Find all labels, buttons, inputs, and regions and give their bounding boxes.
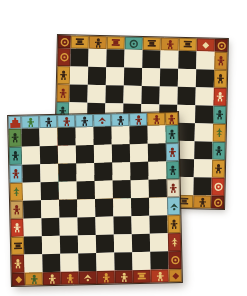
dark-square-r5c5: [95, 199, 113, 217]
dark-square-r1c5: [93, 127, 111, 145]
border-tile-right-4: [213, 106, 226, 124]
light-square-r6c5: [95, 217, 113, 235]
light-square-r7c8: [194, 159, 212, 177]
bird-icon: [97, 116, 107, 125]
dark-square-r6c4: [77, 217, 95, 235]
border-tile-top-1: [21, 115, 39, 128]
border-tile-left-1: [8, 129, 21, 147]
border-tile-left-2: [9, 147, 22, 165]
border-tile-right-3: [166, 161, 179, 179]
person-icon: [10, 133, 19, 143]
light-square-r3c8: [148, 161, 166, 179]
border-tile-right-5: [167, 197, 180, 215]
person-icon: [216, 56, 225, 66]
dark-square-r2c8: [148, 143, 166, 161]
border-tile-top-7: [179, 38, 197, 51]
light-square-r2c3: [58, 145, 76, 163]
light-square-r2c7: [178, 69, 196, 87]
light-square-r5c6: [113, 198, 131, 216]
light-square-r1c6: [160, 50, 178, 68]
border-tile-top-6: [111, 113, 129, 126]
light-square-r3c4: [76, 163, 94, 181]
light-square-r2c7: [130, 144, 148, 162]
person-icon: [119, 272, 128, 282]
light-square-r4c1: [23, 182, 41, 200]
dark-square-r5c3: [59, 199, 77, 217]
person-icon: [168, 165, 177, 175]
dark-square-r1c7: [178, 51, 196, 69]
border-tile-corner-tl: [58, 35, 71, 48]
person-icon: [155, 271, 164, 281]
border-tile-left-8: [11, 255, 24, 273]
dark-square-r4c2: [41, 182, 59, 200]
dark-square-r3c7: [177, 87, 195, 105]
person-icon: [214, 164, 223, 174]
person-icon: [93, 37, 102, 47]
light-square-r1c6: [111, 126, 129, 144]
light-square-r2c5: [142, 68, 160, 86]
person-icon: [167, 114, 176, 124]
light-square-r3c2: [40, 164, 58, 182]
dark-square-r6c6: [113, 216, 131, 234]
border-tile-right-6: [167, 215, 180, 233]
border-tile-bottom-8: [193, 195, 211, 208]
border-tile-right-3: [213, 88, 226, 106]
plant-icon: [12, 187, 21, 197]
spiral-icon: [129, 38, 139, 48]
person-icon: [26, 117, 35, 127]
border-tile-right-2: [166, 143, 179, 161]
dark-square-r5c1: [23, 200, 41, 218]
light-square-r7c2: [42, 236, 60, 254]
light-square-r3c8: [195, 87, 213, 105]
border-tile-right-1: [165, 125, 178, 143]
person-icon: [152, 114, 161, 124]
light-square-r2c5: [94, 145, 112, 163]
person-icon: [165, 39, 174, 49]
border-tile-top-3: [57, 114, 75, 127]
border-tile-top-8: [147, 112, 165, 125]
dark-square-r1c3: [106, 49, 124, 67]
person-icon: [134, 114, 143, 124]
border-tile-bottom-7: [133, 270, 151, 283]
dark-square-r1c3: [57, 127, 75, 145]
border-tile-right-8: [168, 251, 181, 269]
light-square-r1c4: [124, 50, 142, 68]
dark-square-r2c2: [88, 67, 106, 85]
border-tile-top-6: [161, 37, 179, 50]
border-tile-corner-tl: [8, 116, 21, 129]
altar-icon: [137, 272, 147, 281]
dark-square-r6c8: [194, 141, 212, 159]
light-square-r1c8: [196, 51, 214, 69]
border-tile-left-6: [10, 219, 23, 237]
dark-square-r1c5: [142, 50, 160, 68]
altar-icon: [179, 197, 189, 206]
dark-square-r1c1: [70, 48, 88, 66]
border-tile-right-7: [212, 160, 225, 178]
product-photo: [0, 0, 247, 296]
person-icon: [11, 151, 20, 161]
light-square-r8c5: [96, 253, 114, 271]
border-tile-corner-br: [211, 196, 224, 209]
dark-square-r6c2: [41, 218, 59, 236]
person-icon: [59, 88, 68, 98]
light-square-r1c2: [88, 49, 106, 67]
border-tile-top-4: [125, 37, 143, 50]
dark-square-r3c7: [130, 162, 148, 180]
light-square-r1c4: [75, 127, 93, 145]
border-tile-bottom-3: [61, 271, 79, 284]
border-tile-top-1: [71, 35, 89, 48]
dark-square-r4c4: [77, 181, 95, 199]
plant-icon: [215, 128, 224, 138]
border-tile-bottom-8: [151, 269, 169, 282]
light-square-r4c5: [95, 181, 113, 199]
light-square-r8c7: [132, 252, 150, 270]
dark-square-r3c5: [141, 86, 159, 104]
border-tile-left-3: [9, 165, 22, 183]
light-square-r4c3: [59, 181, 77, 199]
light-square-r6c7: [131, 216, 149, 234]
border-tile-left-3: [56, 84, 69, 102]
dark-square-r2c4: [76, 145, 94, 163]
person-icon: [44, 116, 53, 126]
altar-icon: [147, 39, 157, 48]
border-tile-corner-bl: [12, 273, 25, 286]
dark-square-r3c5: [94, 163, 112, 181]
light-square-r4c7: [177, 105, 195, 123]
light-square-r2c1: [22, 146, 40, 164]
dark-square-r8c8: [150, 251, 168, 269]
person-icon: [167, 129, 176, 139]
dark-square-r4c8: [149, 179, 167, 197]
light-square-r8c3: [60, 253, 78, 271]
light-square-r5c4: [77, 199, 95, 217]
spiral-icon: [213, 182, 223, 192]
person-icon: [214, 146, 223, 156]
light-square-r4c7: [131, 180, 149, 198]
border-tile-top-8: [197, 38, 215, 51]
border-tile-top-4: [75, 114, 93, 127]
person-icon: [11, 169, 20, 179]
light-square-r5c8: [149, 197, 167, 215]
person-icon: [198, 197, 207, 207]
light-square-r1c2: [39, 128, 57, 146]
dark-square-r3c1: [69, 84, 87, 102]
dark-square-r4c8: [195, 105, 213, 123]
spiral-icon: [213, 197, 223, 207]
spiral-icon: [170, 255, 180, 265]
dark-square-r1c7: [129, 126, 147, 144]
light-square-r6c1: [23, 218, 41, 236]
dark-square-r5c7: [131, 198, 149, 216]
person-icon: [62, 116, 71, 126]
light-square-r5c2: [41, 200, 59, 218]
person-icon: [215, 110, 224, 120]
dark-square-r2c8: [196, 69, 214, 87]
border-tile-top-2: [89, 36, 107, 49]
dark-square-r2c6: [112, 144, 130, 162]
bird-icon: [169, 202, 179, 211]
border-tile-bottom-1: [25, 272, 43, 285]
border-tile-top-3: [107, 36, 125, 49]
light-square-r2c3: [106, 67, 124, 85]
altar-icon: [75, 37, 85, 46]
light-square-r7c4: [78, 235, 96, 253]
border-tile-bottom-5: [97, 271, 115, 284]
border-tile-right-4: [167, 179, 180, 197]
dark-square-r8c4: [78, 253, 96, 271]
person-icon: [13, 223, 22, 233]
dark-square-r3c3: [105, 85, 123, 103]
person-icon: [169, 183, 178, 193]
dark-square-r8c8: [193, 177, 211, 195]
dark-square-r8c2: [42, 254, 60, 272]
person-icon: [215, 92, 224, 102]
dark-square-r3c3: [58, 163, 76, 181]
border-tile-left-5: [10, 201, 23, 219]
dark-square-r7c3: [60, 235, 78, 253]
dark-square-r2c6: [160, 68, 178, 86]
dark-square-r8c6: [114, 252, 132, 270]
light-square-r3c4: [123, 86, 141, 104]
border-tile-right-5: [213, 124, 226, 142]
border-tile-right-8: [211, 178, 224, 196]
border-tile-top-5: [93, 114, 111, 127]
person-icon: [29, 274, 38, 284]
light-square-r1c8: [147, 125, 165, 143]
dark-square-r5c7: [177, 123, 195, 141]
border-tile-left-4: [10, 183, 23, 201]
person-icon: [13, 259, 22, 269]
light-square-r6c3: [59, 217, 77, 235]
border-tile-top-5: [143, 37, 161, 50]
border-tile-left-7: [11, 237, 24, 255]
light-square-r3c6: [112, 162, 130, 180]
person-icon: [216, 74, 225, 84]
dark-square-r1c1: [21, 128, 39, 146]
bird-icon: [83, 273, 93, 282]
light-square-r5c8: [195, 123, 213, 141]
plant-icon: [170, 237, 179, 247]
border-tile-corner-tr: [215, 39, 228, 52]
border-tile-left-2: [57, 66, 70, 84]
border-tile-top-7: [129, 113, 147, 126]
border-tile-bottom-6: [115, 270, 133, 283]
building-icon: [9, 116, 21, 128]
diamond-icon: [201, 40, 211, 50]
light-square-r3c2: [87, 85, 105, 103]
altar-icon: [183, 40, 193, 49]
altar-icon: [12, 241, 22, 250]
border-tile-corner-br: [169, 269, 182, 282]
light-square-r7c6: [114, 234, 132, 252]
dark-square-r2c2: [40, 146, 58, 164]
spiral-icon: [59, 37, 69, 47]
person-icon: [65, 273, 74, 283]
border-tile-left-1: [57, 48, 70, 66]
border-tile-right-1: [214, 52, 227, 70]
diamond-icon: [13, 274, 23, 284]
light-square-r3c6: [159, 86, 177, 104]
front-chessboard: [8, 112, 182, 286]
dark-square-r3c1: [22, 164, 40, 182]
dark-square-r2c4: [124, 68, 142, 86]
border-tile-bottom-2: [43, 272, 61, 285]
person-icon: [80, 116, 89, 126]
person-icon: [47, 273, 56, 283]
dark-square-r7c5: [96, 235, 114, 253]
dark-square-r6c8: [149, 215, 167, 233]
person-icon: [116, 115, 125, 125]
border-tile-right-7: [168, 233, 181, 251]
diamond-icon: [170, 271, 180, 281]
border-tile-right-6: [212, 142, 225, 160]
person-icon: [101, 272, 110, 282]
light-square-r2c1: [70, 66, 88, 84]
border-tile-corner-tr: [165, 112, 178, 125]
light-square-r8c1: [24, 254, 42, 272]
border-tile-right-2: [214, 70, 227, 88]
border-tile-bottom-4: [79, 271, 97, 284]
person-icon: [12, 205, 21, 215]
spiral-icon: [216, 40, 226, 50]
light-square-r7c8: [150, 233, 168, 251]
person-icon: [169, 219, 178, 229]
dark-square-r7c7: [132, 234, 150, 252]
person-icon: [59, 70, 68, 80]
altar-icon: [111, 38, 121, 47]
dark-square-r4c6: [113, 180, 131, 198]
spiral-icon: [59, 52, 69, 62]
border-tile-top-2: [39, 115, 57, 128]
person-icon: [168, 147, 177, 157]
dark-square-r7c1: [24, 236, 42, 254]
